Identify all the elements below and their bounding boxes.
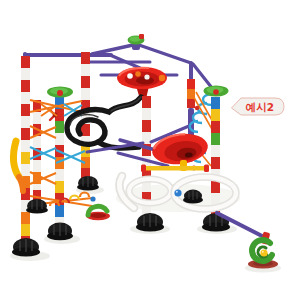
base-foot: [77, 176, 99, 191]
black-spiral-tube: [67, 97, 141, 148]
orange-chute: [19, 177, 23, 191]
green-funnel: [204, 86, 229, 97]
striped-column: [21, 56, 30, 243]
example-label-text: 예시2: [246, 101, 274, 113]
center-striped-column: [142, 96, 151, 217]
upper-red-funnel: [117, 67, 167, 99]
blue-marble: [174, 189, 181, 196]
junction-column: [187, 79, 195, 108]
left-tower: [14, 52, 92, 243]
green-funnel: [47, 87, 73, 98]
red-connector: [195, 106, 199, 110]
multicolor-column: [211, 97, 220, 217]
marble-run-illustration: 예시2: [0, 0, 292, 292]
base-foot: [12, 238, 40, 257]
yellow-chute: [14, 141, 19, 177]
base-foot: [136, 213, 164, 232]
example-label-bubble: 예시2: [232, 98, 285, 115]
green-curve-exit: [86, 196, 110, 220]
yellow-marble: [260, 249, 267, 256]
base-foot: [47, 223, 73, 241]
product-photo: 예시2: [0, 0, 292, 292]
orange-connector: [159, 75, 165, 81]
